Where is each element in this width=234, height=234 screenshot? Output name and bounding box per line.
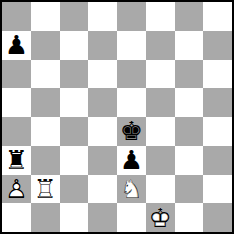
square-f6[interactable]: [146, 60, 175, 89]
square-b1[interactable]: [31, 203, 60, 232]
piece-black-rook: ♜: [2, 146, 31, 175]
square-d8[interactable]: [88, 2, 117, 31]
square-b4[interactable]: [31, 117, 60, 146]
piece-black-king: ♚: [117, 117, 146, 146]
square-e2[interactable]: ♞♘: [117, 175, 146, 204]
square-g2[interactable]: [175, 175, 204, 204]
square-h1[interactable]: [203, 203, 232, 232]
square-f2[interactable]: [146, 175, 175, 204]
square-b7[interactable]: [31, 31, 60, 60]
square-e8[interactable]: [117, 2, 146, 31]
square-e6[interactable]: [117, 60, 146, 89]
square-a8[interactable]: [2, 2, 31, 31]
piece-white-pawn: ♟♙: [2, 175, 31, 204]
square-c1[interactable]: [60, 203, 89, 232]
square-h7[interactable]: [203, 31, 232, 60]
square-c3[interactable]: [60, 146, 89, 175]
white-rook-icon: ♖: [31, 175, 60, 204]
square-b2[interactable]: ♜♖: [31, 175, 60, 204]
square-h2[interactable]: [203, 175, 232, 204]
piece-black-pawn: ♟: [2, 31, 31, 60]
square-a1[interactable]: [2, 203, 31, 232]
square-b6[interactable]: [31, 60, 60, 89]
square-d6[interactable]: [88, 60, 117, 89]
square-f5[interactable]: [146, 88, 175, 117]
square-h4[interactable]: [203, 117, 232, 146]
square-f7[interactable]: [146, 31, 175, 60]
piece-white-king: ♚♔: [146, 203, 175, 232]
square-a2[interactable]: ♟♙: [2, 175, 31, 204]
black-pawn-icon: ♟: [2, 31, 31, 60]
square-e7[interactable]: [117, 31, 146, 60]
square-c6[interactable]: [60, 60, 89, 89]
piece-black-pawn: ♟: [117, 146, 146, 175]
square-f8[interactable]: [146, 2, 175, 31]
white-knight-icon: ♘: [117, 175, 146, 204]
square-e1[interactable]: [117, 203, 146, 232]
square-b8[interactable]: [31, 2, 60, 31]
square-a5[interactable]: [2, 88, 31, 117]
square-h5[interactable]: [203, 88, 232, 117]
square-d7[interactable]: [88, 31, 117, 60]
square-h6[interactable]: [203, 60, 232, 89]
square-g4[interactable]: [175, 117, 204, 146]
square-a4[interactable]: [2, 117, 31, 146]
piece-white-knight: ♞♘: [117, 175, 146, 204]
square-a6[interactable]: [2, 60, 31, 89]
square-f4[interactable]: [146, 117, 175, 146]
square-e5[interactable]: [117, 88, 146, 117]
square-d2[interactable]: [88, 175, 117, 204]
square-d1[interactable]: [88, 203, 117, 232]
square-g7[interactable]: [175, 31, 204, 60]
white-king-icon: ♔: [146, 203, 175, 232]
chess-board: ♟♚♜♟♟♙♜♖♞♘♚♔: [2, 2, 232, 232]
black-rook-icon: ♜: [2, 146, 31, 175]
square-c8[interactable]: [60, 2, 89, 31]
square-d4[interactable]: [88, 117, 117, 146]
square-g5[interactable]: [175, 88, 204, 117]
square-d3[interactable]: [88, 146, 117, 175]
square-c2[interactable]: [60, 175, 89, 204]
square-c4[interactable]: [60, 117, 89, 146]
square-e3[interactable]: ♟: [117, 146, 146, 175]
square-h8[interactable]: [203, 2, 232, 31]
piece-white-rook: ♜♖: [31, 175, 60, 204]
square-h3[interactable]: [203, 146, 232, 175]
square-g3[interactable]: [175, 146, 204, 175]
square-e4[interactable]: ♚: [117, 117, 146, 146]
black-king-icon: ♚: [117, 117, 146, 146]
square-b5[interactable]: [31, 88, 60, 117]
square-g8[interactable]: [175, 2, 204, 31]
square-c5[interactable]: [60, 88, 89, 117]
square-f3[interactable]: [146, 146, 175, 175]
square-c7[interactable]: [60, 31, 89, 60]
black-pawn-icon: ♟: [117, 146, 146, 175]
square-a7[interactable]: ♟: [2, 31, 31, 60]
square-b3[interactable]: [31, 146, 60, 175]
square-f1[interactable]: ♚♔: [146, 203, 175, 232]
square-g1[interactable]: [175, 203, 204, 232]
chess-board-frame: ♟♚♜♟♟♙♜♖♞♘♚♔: [0, 0, 234, 234]
white-pawn-icon: ♙: [2, 175, 31, 204]
square-d5[interactable]: [88, 88, 117, 117]
square-g6[interactable]: [175, 60, 204, 89]
square-a3[interactable]: ♜: [2, 146, 31, 175]
